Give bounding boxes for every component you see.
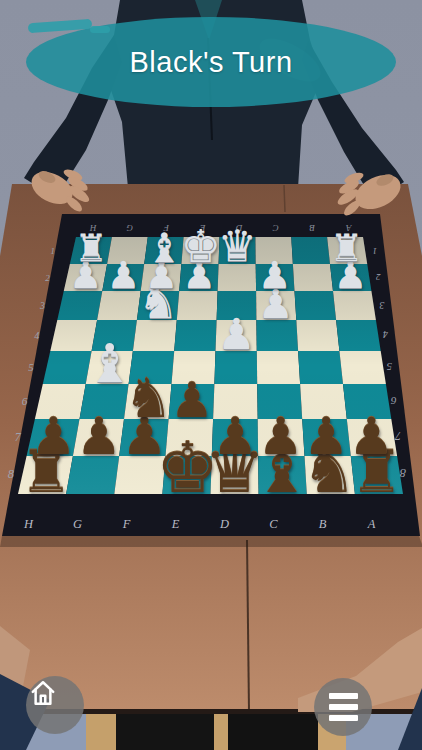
rank-label-right-4: 4 bbox=[383, 329, 388, 340]
piece-white-rook-a1[interactable]: ♜ bbox=[328, 230, 366, 268]
piece-white-pawn-g2[interactable]: ♟ bbox=[105, 257, 142, 294]
home-icon bbox=[26, 676, 60, 710]
home-button[interactable] bbox=[26, 676, 84, 734]
square-b5[interactable] bbox=[298, 351, 343, 384]
chair-center bbox=[212, 714, 230, 750]
menu-button[interactable] bbox=[314, 678, 372, 736]
file-label-near-F: F bbox=[122, 517, 131, 531]
file-label-near-G: G bbox=[73, 517, 82, 531]
player-right-leg bbox=[228, 714, 318, 750]
rank-label-right-6: 6 bbox=[390, 395, 396, 407]
piece-white-pawn-d4[interactable]: ♟ bbox=[215, 313, 258, 356]
file-label-near-E: E bbox=[171, 517, 180, 531]
square-b2[interactable] bbox=[293, 264, 333, 291]
piece-black-pawn-g7[interactable]: ♟ bbox=[73, 411, 124, 462]
piece-white-bishop-f1[interactable]: ♝ bbox=[144, 228, 185, 269]
chair-leg-left bbox=[86, 714, 118, 750]
banner-wisp-small bbox=[90, 26, 110, 33]
player-left-leg bbox=[116, 714, 214, 750]
file-label-near-D: D bbox=[219, 517, 229, 531]
file-label-near-B: B bbox=[319, 517, 327, 531]
rank-label-left-3: 3 bbox=[39, 300, 45, 311]
piece-white-rook-h1[interactable]: ♜ bbox=[72, 230, 110, 268]
rank-label-right-1: 1 bbox=[373, 246, 377, 256]
piece-black-pawn-c7[interactable]: ♟ bbox=[255, 411, 306, 462]
file-label-far-B: B bbox=[309, 223, 315, 233]
turn-banner: Black's Turn bbox=[26, 17, 396, 107]
piece-black-pawn-a7[interactable]: ♟ bbox=[346, 411, 397, 462]
board-shadow bbox=[0, 536, 422, 547]
rank-label-left-4: 4 bbox=[34, 330, 39, 341]
menu-icon bbox=[329, 691, 358, 723]
piece-black-pawn-d7[interactable]: ♟ bbox=[210, 411, 261, 462]
file-label-near-H: H bbox=[23, 517, 34, 531]
opponent-right-hand bbox=[335, 168, 406, 218]
piece-white-bishop-g5[interactable]: ♝ bbox=[83, 337, 136, 390]
chess-app-screen: HH11GG22FF33EE44DD55CC66BB77AA88 ♜♞♝♛♚♜♟… bbox=[0, 0, 422, 750]
rank-label-right-2: 2 bbox=[376, 272, 381, 282]
square-b1[interactable] bbox=[291, 237, 330, 264]
piece-black-pawn-h7[interactable]: ♟ bbox=[28, 411, 79, 462]
opponent-left-hand bbox=[26, 165, 92, 214]
rank-label-left-8: 8 bbox=[8, 467, 15, 481]
square-a5[interactable] bbox=[339, 351, 386, 384]
square-a4[interactable] bbox=[336, 320, 381, 351]
piece-white-pawn-c2[interactable]: ♟ bbox=[256, 257, 293, 294]
square-c5[interactable] bbox=[257, 351, 300, 384]
rank-label-right-3: 3 bbox=[379, 300, 385, 311]
rank-label-right-5: 5 bbox=[386, 361, 392, 373]
file-label-near-A: A bbox=[367, 517, 376, 531]
file-label-far-G: G bbox=[126, 223, 133, 233]
piece-white-king-e1[interactable]: ♚ bbox=[178, 224, 223, 269]
turn-banner-text: Black's Turn bbox=[129, 46, 292, 79]
file-label-far-C: C bbox=[272, 223, 279, 233]
rank-label-left-1: 1 bbox=[51, 246, 55, 256]
rank-label-left-2: 2 bbox=[45, 273, 50, 283]
square-b4[interactable] bbox=[296, 320, 339, 351]
piece-black-pawn-b7[interactable]: ♟ bbox=[301, 411, 352, 462]
player-right-sleeve bbox=[398, 688, 422, 750]
rank-label-left-6: 6 bbox=[22, 395, 28, 407]
square-b3[interactable] bbox=[295, 291, 337, 320]
rank-label-left-5: 5 bbox=[28, 361, 34, 373]
file-label-near-C: C bbox=[269, 517, 278, 531]
